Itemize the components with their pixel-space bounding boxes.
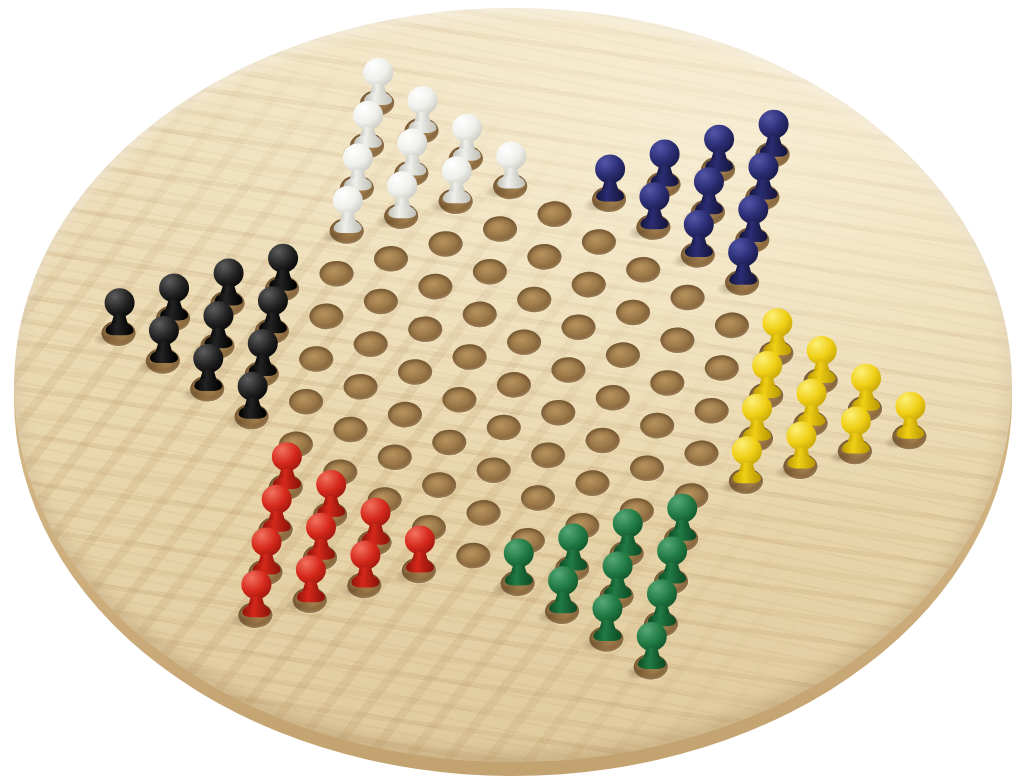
peg-foot xyxy=(351,576,379,588)
peg-red[interactable] xyxy=(358,498,392,545)
board-cell xyxy=(396,549,440,592)
peg-green[interactable] xyxy=(655,537,689,584)
board-cell xyxy=(185,368,229,411)
peg-white[interactable] xyxy=(439,156,473,203)
peg-red[interactable] xyxy=(314,470,348,517)
peg-black[interactable] xyxy=(201,301,235,348)
peg-head xyxy=(657,537,687,566)
hole[interactable] xyxy=(655,324,699,357)
hole[interactable] xyxy=(536,396,580,429)
hole[interactable] xyxy=(468,256,512,289)
peg-blue[interactable] xyxy=(702,125,736,172)
board-cell xyxy=(512,278,556,321)
peg-head xyxy=(646,579,676,608)
hole[interactable] xyxy=(471,454,515,487)
peg-black[interactable] xyxy=(255,286,289,333)
board-cell xyxy=(491,364,535,407)
peg-yellow[interactable] xyxy=(838,407,872,454)
peg-green[interactable] xyxy=(556,524,590,571)
peg-head xyxy=(353,101,383,130)
board-cell xyxy=(382,393,426,436)
peg-head xyxy=(104,288,134,317)
hole[interactable] xyxy=(601,339,645,372)
board-cell xyxy=(628,646,672,689)
peg-head xyxy=(213,259,243,288)
peg-head xyxy=(363,58,393,87)
peg-head xyxy=(592,594,622,623)
board-cell xyxy=(451,534,495,577)
hole[interactable] xyxy=(567,268,611,301)
peg-blue[interactable] xyxy=(726,238,760,285)
board-cell xyxy=(481,406,525,449)
hole[interactable] xyxy=(478,213,522,246)
peg-green[interactable] xyxy=(546,566,580,613)
hole[interactable] xyxy=(417,469,461,502)
board-cell xyxy=(832,430,876,473)
board-cell xyxy=(338,366,382,409)
peg-head xyxy=(404,526,434,555)
peg-yellow[interactable] xyxy=(750,351,784,398)
peg-blue[interactable] xyxy=(736,195,770,242)
peg-white[interactable] xyxy=(395,129,429,176)
hole[interactable] xyxy=(700,352,744,385)
peg-head xyxy=(342,144,372,173)
peg-yellow[interactable] xyxy=(729,436,763,483)
board-cell xyxy=(621,249,665,292)
hole[interactable] xyxy=(294,343,338,376)
peg-black[interactable] xyxy=(266,244,300,291)
peg-black[interactable] xyxy=(245,329,279,376)
hole[interactable] xyxy=(458,298,502,331)
peg-red[interactable] xyxy=(402,526,436,573)
peg-yellow[interactable] xyxy=(804,336,838,383)
board-cell xyxy=(539,590,583,633)
peg-green[interactable] xyxy=(634,622,668,669)
peg-blue[interactable] xyxy=(593,155,627,202)
board-cell xyxy=(522,236,566,279)
peg-foot xyxy=(729,273,757,285)
peg-foot xyxy=(504,574,532,586)
peg-head xyxy=(683,210,713,239)
peg-green[interactable] xyxy=(600,552,634,599)
peg-head xyxy=(261,485,291,514)
peg-head xyxy=(203,301,233,330)
board-cell xyxy=(536,391,580,434)
peg-head xyxy=(639,182,669,211)
peg-head xyxy=(251,528,281,557)
hole[interactable] xyxy=(447,341,491,374)
peg-green[interactable] xyxy=(665,494,699,541)
peg-red[interactable] xyxy=(269,442,303,489)
board-cell xyxy=(348,323,392,366)
hole[interactable] xyxy=(679,437,723,470)
peg-head xyxy=(407,86,437,115)
board-cell xyxy=(526,434,570,477)
hole[interactable] xyxy=(526,439,570,472)
peg-head xyxy=(451,114,481,143)
hole[interactable] xyxy=(635,409,679,442)
peg-head xyxy=(548,566,578,595)
board-cell xyxy=(314,252,358,295)
peg-yellow[interactable] xyxy=(794,379,828,426)
board-cell xyxy=(778,445,822,488)
board-cell xyxy=(556,306,600,349)
hole[interactable] xyxy=(611,296,655,329)
peg-head xyxy=(350,541,380,570)
peg-head xyxy=(649,140,679,169)
hole[interactable] xyxy=(516,482,560,515)
board-cell xyxy=(586,178,630,221)
peg-head xyxy=(758,110,788,139)
peg-head xyxy=(271,442,301,471)
hole[interactable] xyxy=(461,497,505,530)
peg-blue[interactable] xyxy=(756,110,790,157)
board-cell xyxy=(610,291,654,334)
peg-head xyxy=(193,344,223,373)
peg-foot xyxy=(640,217,668,229)
board-cell xyxy=(699,347,743,390)
hole[interactable] xyxy=(383,398,427,431)
peg-white[interactable] xyxy=(330,186,364,233)
board-cell xyxy=(477,208,521,251)
hole[interactable] xyxy=(451,539,495,572)
board-cell xyxy=(457,293,501,336)
hole[interactable] xyxy=(546,354,590,387)
peg-head xyxy=(667,494,697,523)
peg-green[interactable] xyxy=(644,579,678,626)
board-cell xyxy=(358,280,402,323)
peg-head xyxy=(257,286,287,315)
peg-head xyxy=(247,329,277,358)
hole[interactable] xyxy=(359,285,403,318)
peg-foot xyxy=(593,629,621,641)
peg-white[interactable] xyxy=(385,171,419,218)
product-photo-scene xyxy=(0,0,1024,777)
board-cell xyxy=(372,436,416,479)
board-cell xyxy=(461,492,505,535)
board-cell xyxy=(624,447,668,490)
peg-head xyxy=(762,308,792,337)
peg-red[interactable] xyxy=(239,570,273,617)
peg-head xyxy=(503,539,533,568)
board-cell xyxy=(427,421,471,464)
peg-foot xyxy=(242,605,270,617)
board-cell xyxy=(515,477,559,520)
hole[interactable] xyxy=(621,254,665,287)
board-cell xyxy=(709,304,753,347)
board-cell xyxy=(723,460,767,503)
hole[interactable] xyxy=(403,313,447,346)
board-cell xyxy=(379,195,423,238)
peg-yellow[interactable] xyxy=(849,364,883,411)
board-cell xyxy=(140,340,184,383)
board-cell xyxy=(324,210,368,253)
board-cell xyxy=(229,395,273,438)
peg-red[interactable] xyxy=(293,555,327,602)
hole[interactable] xyxy=(338,371,382,404)
board-cell xyxy=(580,419,624,462)
board-cell xyxy=(600,334,644,377)
hole[interactable] xyxy=(437,384,481,417)
board-cell xyxy=(342,564,386,607)
board-cell xyxy=(631,206,675,249)
peg-head xyxy=(840,407,870,436)
peg-foot xyxy=(637,657,665,669)
peg-red[interactable] xyxy=(259,485,293,532)
hole[interactable] xyxy=(689,395,733,428)
peg-yellow[interactable] xyxy=(760,308,794,355)
board-cell xyxy=(96,312,140,355)
board-cell xyxy=(590,377,634,420)
peg-head xyxy=(693,167,723,196)
peg-foot xyxy=(405,561,433,573)
peg-green[interactable] xyxy=(590,594,624,641)
board-cell xyxy=(423,223,467,266)
board-cell xyxy=(665,276,709,319)
peg-black[interactable] xyxy=(146,316,180,363)
board-cell xyxy=(719,261,763,304)
peg-head xyxy=(595,155,625,184)
peg-head xyxy=(496,142,526,171)
hole[interactable] xyxy=(304,300,348,333)
peg-head xyxy=(742,394,772,423)
peg-foot xyxy=(896,427,924,439)
hole[interactable] xyxy=(645,367,689,400)
peg-foot xyxy=(149,351,177,363)
peg-head xyxy=(602,552,632,581)
peg-foot xyxy=(238,407,266,419)
peg-white[interactable] xyxy=(494,142,528,189)
peg-head xyxy=(558,524,588,553)
peg-head xyxy=(268,244,298,273)
peg-blue[interactable] xyxy=(746,153,780,200)
board-cell xyxy=(447,336,491,379)
board-cell xyxy=(675,234,719,277)
board-cell xyxy=(403,308,447,351)
board-cell xyxy=(645,362,689,405)
hole[interactable] xyxy=(580,424,624,457)
board-cell xyxy=(304,295,348,338)
peg-head xyxy=(731,436,761,465)
peg-green[interactable] xyxy=(501,539,535,586)
peg-foot xyxy=(442,191,470,203)
board-cell xyxy=(417,464,461,507)
peg-blue[interactable] xyxy=(647,140,681,187)
peg-head xyxy=(704,125,734,154)
peg-red[interactable] xyxy=(249,528,283,575)
hole[interactable] xyxy=(502,326,546,359)
hole[interactable] xyxy=(369,243,413,276)
hole[interactable] xyxy=(710,309,754,342)
hole[interactable] xyxy=(284,385,328,418)
peg-foot xyxy=(732,471,760,483)
peg-head xyxy=(728,238,758,267)
peg-head xyxy=(316,470,346,499)
board-cell xyxy=(328,408,372,451)
board-cell xyxy=(287,579,331,622)
board-cell xyxy=(655,319,699,362)
peg-foot xyxy=(787,457,815,469)
hole[interactable] xyxy=(373,441,417,474)
hole[interactable] xyxy=(393,356,437,389)
peg-head xyxy=(397,129,427,158)
peg-black[interactable] xyxy=(191,344,225,391)
peg-yellow[interactable] xyxy=(893,392,927,439)
peg-foot xyxy=(549,601,577,613)
peg-white[interactable] xyxy=(351,101,385,148)
hole[interactable] xyxy=(577,226,621,259)
peg-head xyxy=(796,379,826,408)
hole[interactable] xyxy=(532,198,576,231)
peg-yellow[interactable] xyxy=(740,394,774,441)
peg-head xyxy=(786,422,816,451)
board-cell xyxy=(689,390,733,433)
peg-red[interactable] xyxy=(348,541,382,588)
peg-white[interactable] xyxy=(405,86,439,133)
peg-head xyxy=(159,274,189,303)
board-cell xyxy=(471,449,515,492)
board-cell xyxy=(546,349,590,392)
board-cell xyxy=(433,180,477,223)
hole[interactable] xyxy=(522,241,566,274)
peg-foot xyxy=(684,245,712,257)
peg-foot xyxy=(596,190,624,202)
board-cell xyxy=(467,251,511,294)
hole[interactable] xyxy=(314,257,358,290)
peg-red[interactable] xyxy=(304,513,338,560)
peg-foot xyxy=(497,177,525,189)
peg-green[interactable] xyxy=(610,509,644,556)
peg-head xyxy=(748,153,778,182)
peg-foot xyxy=(194,379,222,391)
board-cell xyxy=(576,221,620,264)
hole[interactable] xyxy=(591,382,635,415)
board-cell xyxy=(495,562,539,605)
hole[interactable] xyxy=(556,311,600,344)
hole[interactable] xyxy=(328,413,372,446)
peg-foot xyxy=(841,442,869,454)
board-cell xyxy=(532,193,576,236)
peg-head xyxy=(441,156,471,185)
peg-head xyxy=(752,351,782,380)
peg-foot xyxy=(333,221,361,233)
hole[interactable] xyxy=(512,283,556,316)
hole[interactable] xyxy=(482,411,526,444)
board-cell xyxy=(368,238,412,281)
peg-black[interactable] xyxy=(157,274,191,321)
peg-blue[interactable] xyxy=(637,182,671,229)
peg-black[interactable] xyxy=(235,372,269,419)
peg-white[interactable] xyxy=(340,144,374,191)
board-cell xyxy=(679,432,723,475)
peg-blue[interactable] xyxy=(681,210,715,257)
board-cell xyxy=(584,618,628,661)
hole[interactable] xyxy=(625,452,669,485)
board-cell xyxy=(501,321,545,364)
hole[interactable] xyxy=(413,270,457,303)
peg-white[interactable] xyxy=(449,114,483,161)
peg-head xyxy=(295,555,325,584)
peg-black[interactable] xyxy=(102,288,136,335)
peg-blue[interactable] xyxy=(691,167,725,214)
peg-head xyxy=(360,498,390,527)
peg-white[interactable] xyxy=(361,58,395,105)
board-cell xyxy=(566,263,610,306)
hole[interactable] xyxy=(665,281,709,314)
hole[interactable] xyxy=(492,369,536,402)
peg-head xyxy=(387,171,417,200)
peg-head xyxy=(851,364,881,393)
peg-black[interactable] xyxy=(211,259,245,306)
board-cell xyxy=(887,415,931,458)
hole[interactable] xyxy=(423,228,467,261)
hole[interactable] xyxy=(427,426,471,459)
board-cell xyxy=(437,379,481,422)
board-cell xyxy=(233,594,277,637)
peg-head xyxy=(237,372,267,401)
peg-head xyxy=(806,336,836,365)
peg-head xyxy=(148,316,178,345)
peg-head xyxy=(612,509,642,538)
board-cell xyxy=(488,165,532,208)
peg-head xyxy=(332,186,362,215)
board-cell xyxy=(294,338,338,381)
peg-head xyxy=(738,195,768,224)
hole[interactable] xyxy=(570,467,614,500)
hole[interactable] xyxy=(349,328,393,361)
peg-head xyxy=(636,622,666,651)
peg-head xyxy=(306,513,336,542)
board-cell xyxy=(635,404,679,447)
peg-yellow[interactable] xyxy=(784,422,818,469)
peg-head xyxy=(241,570,271,599)
peg-foot xyxy=(388,206,416,218)
board-cell xyxy=(392,351,436,394)
peg-foot xyxy=(296,590,324,602)
board-cell xyxy=(283,380,327,423)
peg-head xyxy=(895,392,925,421)
board-cell xyxy=(413,265,457,308)
peg-foot xyxy=(105,323,133,335)
board-cell xyxy=(570,462,614,505)
